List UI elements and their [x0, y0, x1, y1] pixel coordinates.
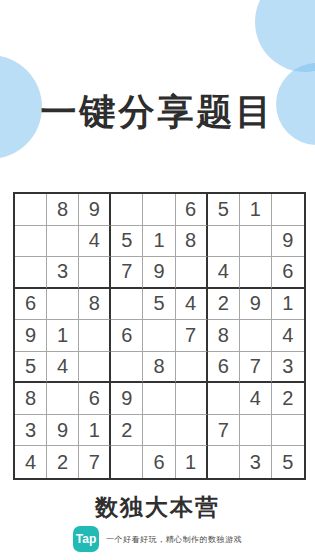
sudoku-cell[interactable]: 4	[176, 289, 208, 321]
sudoku-cell[interactable]: 2	[111, 415, 143, 447]
sudoku-cell[interactable]	[143, 383, 175, 415]
taptap-logo-label: Tap	[76, 532, 96, 546]
sudoku-cell[interactable]	[272, 194, 304, 226]
sudoku-cell[interactable]: 6	[143, 446, 175, 478]
sudoku-cell[interactable]: 3	[240, 446, 272, 478]
sudoku-cell[interactable]: 6	[15, 289, 47, 321]
sudoku-cell[interactable]: 9	[143, 257, 175, 289]
sudoku-cell[interactable]: 4	[79, 226, 111, 258]
sudoku-cell[interactable]: 8	[15, 383, 47, 415]
sudoku-cell[interactable]	[47, 383, 79, 415]
sudoku-cell[interactable]	[15, 257, 47, 289]
sudoku-cell[interactable]: 8	[47, 194, 79, 226]
sudoku-cell[interactable]: 9	[15, 320, 47, 352]
sudoku-cell[interactable]: 3	[272, 352, 304, 384]
sudoku-cell[interactable]: 6	[208, 352, 240, 384]
sudoku-cell[interactable]: 6	[176, 194, 208, 226]
sudoku-cell[interactable]	[208, 446, 240, 478]
sudoku-cell[interactable]: 5	[143, 289, 175, 321]
sudoku-cell[interactable]: 2	[272, 383, 304, 415]
sudoku-cell[interactable]	[240, 320, 272, 352]
sudoku-cell[interactable]: 5	[208, 194, 240, 226]
sudoku-cell[interactable]: 9	[111, 383, 143, 415]
sudoku-cell[interactable]: 8	[176, 226, 208, 258]
sudoku-cell[interactable]: 9	[79, 194, 111, 226]
sudoku-cell[interactable]	[176, 415, 208, 447]
footer-tagline: 一个好看好玩，精心制作的数独游戏	[106, 534, 242, 545]
sudoku-cell[interactable]: 7	[176, 320, 208, 352]
sudoku-cell[interactable]: 3	[15, 415, 47, 447]
sudoku-cell[interactable]	[143, 320, 175, 352]
sudoku-cell[interactable]: 8	[208, 320, 240, 352]
sudoku-cell[interactable]: 2	[47, 446, 79, 478]
page-title: 一键分享题目	[0, 88, 315, 137]
sudoku-cell[interactable]: 9	[272, 226, 304, 258]
sudoku-cell[interactable]: 5	[15, 352, 47, 384]
sudoku-cell[interactable]	[79, 320, 111, 352]
sudoku-cell[interactable]: 4	[240, 383, 272, 415]
sudoku-cell[interactable]: 1	[143, 226, 175, 258]
sudoku-cell[interactable]: 8	[143, 352, 175, 384]
footer-row: Tap 一个好看好玩，精心制作的数独游戏	[0, 526, 315, 552]
sudoku-cell[interactable]	[143, 194, 175, 226]
sudoku-cell[interactable]: 1	[47, 320, 79, 352]
sudoku-cell[interactable]: 8	[79, 289, 111, 321]
sudoku-cell[interactable]	[47, 226, 79, 258]
sudoku-cell[interactable]	[111, 289, 143, 321]
footer: 数独大本营 Tap 一个好看好玩，精心制作的数独游戏	[0, 492, 315, 552]
sudoku-cell[interactable]: 1	[79, 415, 111, 447]
sudoku-cell[interactable]	[240, 226, 272, 258]
sudoku-cell[interactable]: 9	[47, 415, 79, 447]
sudoku-cell[interactable]: 2	[208, 289, 240, 321]
sudoku-cell[interactable]: 3	[47, 257, 79, 289]
taptap-logo[interactable]: Tap	[73, 526, 99, 552]
sudoku-cell[interactable]: 4	[15, 446, 47, 478]
sudoku-cell[interactable]: 6	[79, 383, 111, 415]
sudoku-cell[interactable]	[240, 257, 272, 289]
sudoku-cell[interactable]	[176, 383, 208, 415]
sudoku-cell[interactable]	[15, 226, 47, 258]
sudoku-cell[interactable]: 7	[208, 415, 240, 447]
sudoku-cell[interactable]: 6	[272, 257, 304, 289]
decor-circle-top-right	[255, 0, 315, 72]
sudoku-cell[interactable]: 1	[240, 194, 272, 226]
sudoku-cell[interactable]: 6	[111, 320, 143, 352]
sudoku-cell[interactable]	[176, 257, 208, 289]
sudoku-cell[interactable]	[111, 446, 143, 478]
sudoku-cell[interactable]: 5	[111, 226, 143, 258]
sudoku-cell[interactable]	[79, 257, 111, 289]
sudoku-cell[interactable]	[111, 194, 143, 226]
sudoku-cell[interactable]	[47, 289, 79, 321]
sudoku-cell[interactable]: 7	[79, 446, 111, 478]
sudoku-cell[interactable]	[240, 415, 272, 447]
sudoku-cell[interactable]: 4	[272, 320, 304, 352]
sudoku-cell[interactable]	[272, 415, 304, 447]
sudoku-cell[interactable]: 1	[176, 446, 208, 478]
sudoku-grid: 8965145189379466854291916784548673869423…	[13, 192, 306, 480]
sudoku-cell[interactable]: 7	[240, 352, 272, 384]
sudoku-cell[interactable]: 5	[272, 446, 304, 478]
sudoku-cell[interactable]: 4	[208, 257, 240, 289]
sudoku-cell[interactable]	[15, 194, 47, 226]
sudoku-cell[interactable]	[208, 226, 240, 258]
sudoku-cell[interactable]: 7	[111, 257, 143, 289]
sudoku-cell[interactable]	[176, 352, 208, 384]
brand-title: 数独大本营	[0, 492, 315, 523]
sudoku-cell[interactable]: 9	[240, 289, 272, 321]
sudoku-cell[interactable]: 1	[272, 289, 304, 321]
sudoku-cell[interactable]	[79, 352, 111, 384]
sudoku-cell[interactable]	[208, 383, 240, 415]
sudoku-cell[interactable]	[111, 352, 143, 384]
sudoku-cell[interactable]	[143, 415, 175, 447]
sudoku-cell[interactable]: 4	[47, 352, 79, 384]
